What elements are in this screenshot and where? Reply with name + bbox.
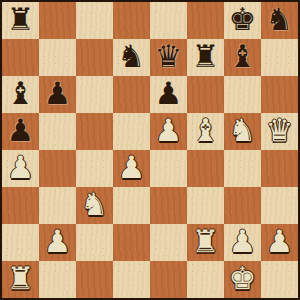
piece-black-bishop[interactable]: ♝ — [229, 41, 257, 72]
square-b3[interactable] — [39, 187, 76, 224]
square-h8[interactable]: ♞ — [261, 2, 298, 39]
square-g7[interactable]: ♝ — [224, 39, 261, 76]
square-c8[interactable] — [76, 2, 113, 39]
piece-white-pawn[interactable]: ♟ — [155, 115, 183, 146]
piece-white-pawn[interactable]: ♟ — [7, 152, 35, 183]
square-a8[interactable]: ♜ — [2, 2, 39, 39]
square-e6[interactable]: ♟ — [150, 76, 187, 113]
square-a2[interactable] — [2, 224, 39, 261]
square-h7[interactable] — [261, 39, 298, 76]
square-e2[interactable] — [150, 224, 187, 261]
square-d6[interactable] — [113, 76, 150, 113]
piece-white-king[interactable]: ♚ — [229, 263, 257, 294]
square-h4[interactable] — [261, 150, 298, 187]
square-f3[interactable] — [187, 187, 224, 224]
square-b1[interactable] — [39, 261, 76, 298]
square-d3[interactable] — [113, 187, 150, 224]
square-g6[interactable] — [224, 76, 261, 113]
piece-white-knight[interactable]: ♞ — [229, 115, 257, 146]
square-b2[interactable]: ♟ — [39, 224, 76, 261]
square-d2[interactable] — [113, 224, 150, 261]
square-f4[interactable] — [187, 150, 224, 187]
square-e4[interactable] — [150, 150, 187, 187]
square-g1[interactable]: ♚ — [224, 261, 261, 298]
square-g2[interactable]: ♟ — [224, 224, 261, 261]
square-d1[interactable] — [113, 261, 150, 298]
square-d4[interactable]: ♟ — [113, 150, 150, 187]
square-h3[interactable] — [261, 187, 298, 224]
piece-black-queen[interactable]: ♛ — [155, 41, 183, 72]
square-f1[interactable] — [187, 261, 224, 298]
square-a7[interactable] — [2, 39, 39, 76]
square-c2[interactable] — [76, 224, 113, 261]
square-f6[interactable] — [187, 76, 224, 113]
chess-board: ♜♚♞♞♛♜♝♝♟♟♟♟♝♞♛♟♟♞♟♜♟♟♜♚ — [0, 0, 300, 300]
piece-black-pawn[interactable]: ♟ — [7, 115, 35, 146]
square-e7[interactable]: ♛ — [150, 39, 187, 76]
square-d8[interactable] — [113, 2, 150, 39]
square-h5[interactable]: ♛ — [261, 113, 298, 150]
piece-black-knight[interactable]: ♞ — [118, 41, 146, 72]
square-c6[interactable] — [76, 76, 113, 113]
square-c1[interactable] — [76, 261, 113, 298]
square-b7[interactable] — [39, 39, 76, 76]
square-c5[interactable] — [76, 113, 113, 150]
square-e8[interactable] — [150, 2, 187, 39]
square-c7[interactable] — [76, 39, 113, 76]
square-b6[interactable]: ♟ — [39, 76, 76, 113]
square-a1[interactable]: ♜ — [2, 261, 39, 298]
chess-board-window: ♜♚♞♞♛♜♝♝♟♟♟♟♝♞♛♟♟♞♟♜♟♟♜♚ — [0, 0, 300, 300]
piece-white-rook[interactable]: ♜ — [7, 263, 35, 294]
square-a6[interactable]: ♝ — [2, 76, 39, 113]
square-b5[interactable] — [39, 113, 76, 150]
square-e1[interactable] — [150, 261, 187, 298]
square-f5[interactable]: ♝ — [187, 113, 224, 150]
piece-black-knight[interactable]: ♞ — [266, 4, 294, 35]
square-g4[interactable] — [224, 150, 261, 187]
square-c3[interactable]: ♞ — [76, 187, 113, 224]
piece-black-pawn[interactable]: ♟ — [44, 78, 72, 109]
piece-white-pawn[interactable]: ♟ — [266, 226, 294, 257]
square-d5[interactable] — [113, 113, 150, 150]
piece-black-king[interactable]: ♚ — [229, 4, 257, 35]
square-a5[interactable]: ♟ — [2, 113, 39, 150]
piece-white-knight[interactable]: ♞ — [81, 189, 109, 220]
square-b4[interactable] — [39, 150, 76, 187]
square-g3[interactable] — [224, 187, 261, 224]
piece-black-rook[interactable]: ♜ — [192, 41, 220, 72]
square-f7[interactable]: ♜ — [187, 39, 224, 76]
piece-white-rook[interactable]: ♜ — [192, 226, 220, 257]
square-h2[interactable]: ♟ — [261, 224, 298, 261]
square-a4[interactable]: ♟ — [2, 150, 39, 187]
square-f8[interactable] — [187, 2, 224, 39]
square-g5[interactable]: ♞ — [224, 113, 261, 150]
piece-black-bishop[interactable]: ♝ — [7, 78, 35, 109]
square-e3[interactable] — [150, 187, 187, 224]
square-c4[interactable] — [76, 150, 113, 187]
square-a3[interactable] — [2, 187, 39, 224]
piece-white-pawn[interactable]: ♟ — [44, 226, 72, 257]
piece-black-rook[interactable]: ♜ — [7, 4, 35, 35]
piece-white-bishop[interactable]: ♝ — [192, 115, 220, 146]
piece-white-queen[interactable]: ♛ — [266, 115, 294, 146]
piece-black-pawn[interactable]: ♟ — [155, 78, 183, 109]
square-e5[interactable]: ♟ — [150, 113, 187, 150]
square-b8[interactable] — [39, 2, 76, 39]
square-g8[interactable]: ♚ — [224, 2, 261, 39]
square-f2[interactable]: ♜ — [187, 224, 224, 261]
square-d7[interactable]: ♞ — [113, 39, 150, 76]
piece-white-pawn[interactable]: ♟ — [118, 152, 146, 183]
piece-white-pawn[interactable]: ♟ — [229, 226, 257, 257]
square-h1[interactable] — [261, 261, 298, 298]
square-h6[interactable] — [261, 76, 298, 113]
